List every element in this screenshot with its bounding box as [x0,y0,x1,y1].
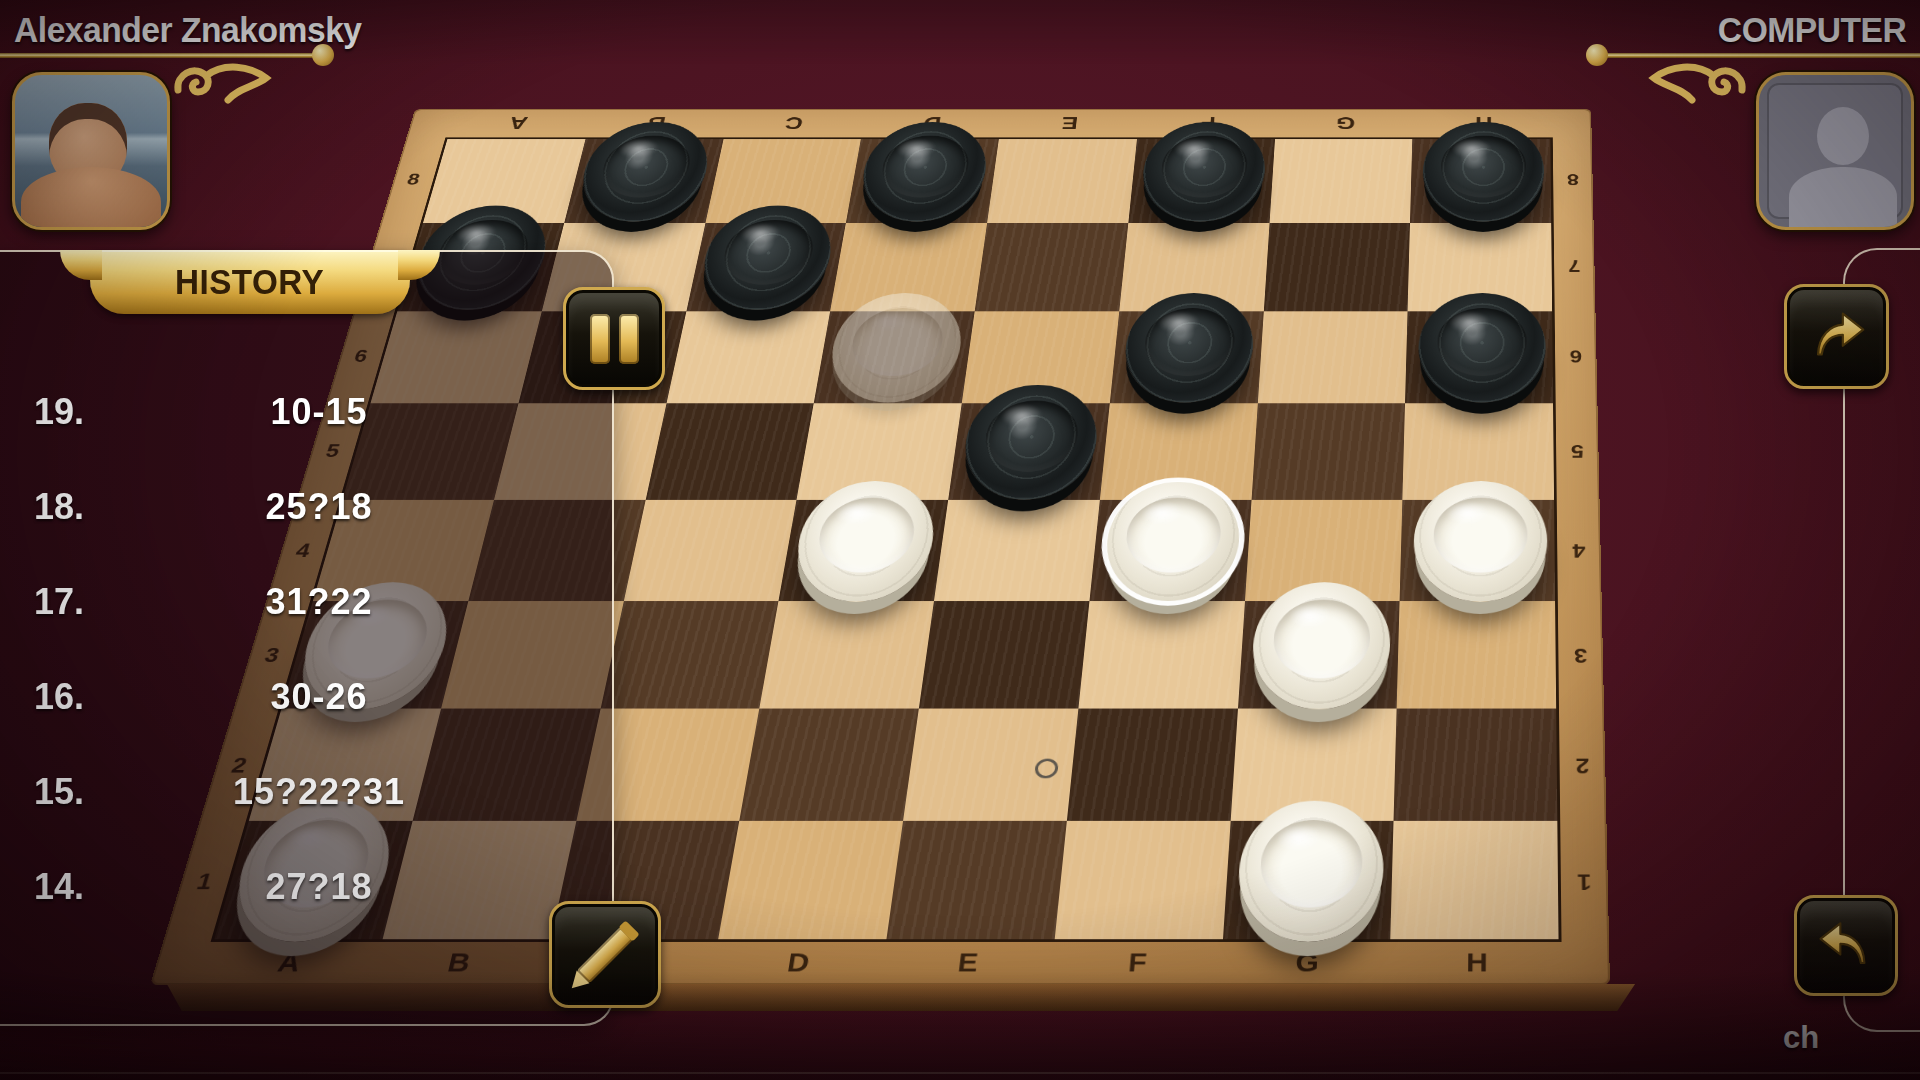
history-row[interactable]: 16.30-26 [2,649,562,744]
file-label-g-bottom: G [1295,947,1320,978]
history-move-value: 30-26 [154,676,484,718]
history-row[interactable]: 19.10-15 [2,364,562,459]
history-tab: HISTORY [90,250,410,314]
avatar-computer[interactable] [1756,72,1914,230]
square-h1[interactable] [1391,821,1559,940]
rank-label-1-right: 1 [1577,868,1592,895]
history-row[interactable]: 17.31?22 [2,554,562,649]
square-g5[interactable] [1251,403,1405,500]
history-move-value: 31?22 [154,581,484,623]
pause-icon [590,314,610,364]
square-c6[interactable] [666,311,830,403]
square-e4[interactable] [934,500,1100,602]
gold-divider-right [1590,53,1920,58]
edit-notation-button[interactable] [549,901,661,1008]
gold-ornament-right [1648,60,1748,112]
avatar-white-player[interactable] [12,72,170,230]
file-label-h-bottom: H [1466,947,1488,978]
pencil-icon [577,926,634,983]
square-g7[interactable] [1263,223,1410,311]
square-g6[interactable] [1257,311,1407,403]
history-move-number: 14. [2,866,154,908]
history-move-value: 15?22?31 [154,771,484,813]
history-row[interactable]: 18.25?18 [2,459,562,554]
game-screen: AABBCCDDEEFFGGHH1122334455667788 Alexand… [0,0,1920,1080]
history-title: HISTORY [175,262,324,302]
square-g8[interactable] [1269,139,1412,223]
square-d3[interactable] [760,601,934,708]
rank-label-5-right: 5 [1571,440,1584,462]
history-move-number: 17. [2,581,154,623]
player-name-white: Alexander Znakomsky [14,10,362,50]
rank-label-2-right: 2 [1575,753,1589,778]
gold-finial-left [312,44,334,66]
rank-label-7-right: 7 [1568,256,1580,276]
history-move-number: 15. [2,771,154,813]
history-move-value: 27?18 [154,866,484,908]
person-silhouette-icon [1767,83,1903,219]
square-f1[interactable] [1054,821,1230,940]
bottom-divider-line [0,1072,1920,1074]
history-panel: HISTORY 19.10-1518.25?1817.31?2216.30-26… [0,250,614,1026]
share-button[interactable] [1784,284,1889,389]
file-label-e-top: E [1061,113,1080,133]
rank-label-8-right: 8 [1567,170,1579,189]
square-h2[interactable] [1394,708,1558,820]
watermark-text: ch [1783,1020,1819,1056]
square-e7[interactable] [975,223,1128,311]
rank-label-4-right: 4 [1572,539,1585,562]
square-f2[interactable] [1067,708,1238,820]
undo-button[interactable] [1794,895,1898,996]
file-label-f-bottom: F [1127,947,1148,978]
file-label-g-top: G [1336,113,1356,133]
black-piece-h8[interactable] [1421,122,1544,222]
history-move-value: 10-15 [154,391,484,433]
square-c4[interactable] [623,500,796,602]
square-d2[interactable] [740,708,919,820]
square-d1[interactable] [718,821,903,940]
history-row[interactable]: 15.15?22?31 [2,744,562,839]
history-move-value: 25?18 [154,486,484,528]
gold-ornament-left [172,60,272,112]
gold-divider-left [0,53,330,58]
white-piece-h4[interactable] [1412,481,1547,602]
square-e8[interactable] [987,139,1137,223]
square-c3[interactable] [600,601,778,708]
rank-label-3-right: 3 [1574,643,1588,667]
history-row[interactable]: 14.27?18 [2,839,562,934]
history-move-number: 16. [2,676,154,718]
file-label-e-bottom: E [956,947,980,978]
history-move-number: 18. [2,486,154,528]
player-name-black: COMPUTER [1718,10,1906,50]
square-e1[interactable] [886,821,1066,940]
square-e3[interactable] [919,601,1089,708]
square-h3[interactable] [1397,601,1556,708]
share-forward-arrow-icon [1802,302,1872,372]
rank-label-6-right: 6 [1569,345,1582,366]
undo-back-arrow-icon [1812,912,1880,980]
history-move-number: 19. [2,391,154,433]
gold-finial-right [1586,44,1608,66]
pause-button[interactable] [563,287,665,390]
history-move-list[interactable]: 19.10-1518.25?1817.31?2216.30-2615.15?22… [2,364,562,934]
square-c5[interactable] [645,403,814,500]
black-piece-h6[interactable] [1417,293,1546,403]
square-f3[interactable] [1078,601,1244,708]
